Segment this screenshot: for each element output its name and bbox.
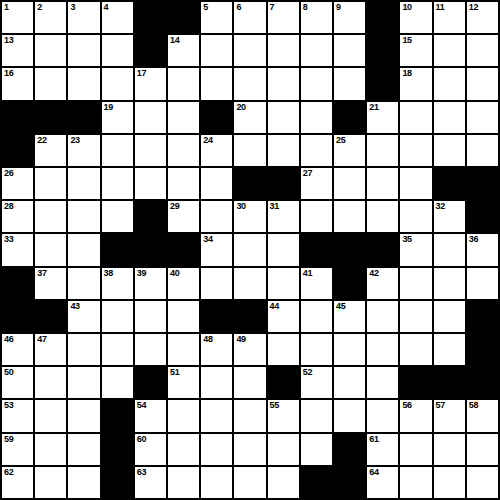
grid-cell[interactable]: 26 [2, 168, 33, 199]
grid-cell[interactable] [35, 168, 66, 199]
black-cell [168, 2, 199, 33]
grid-cell[interactable]: 48 [201, 334, 232, 365]
clue-number: 3 [70, 2, 75, 13]
black-cell [35, 301, 66, 332]
grid-cell[interactable] [35, 35, 66, 66]
grid-cell[interactable] [201, 168, 232, 199]
grid-cell[interactable] [68, 35, 99, 66]
grid-cell[interactable] [268, 234, 299, 265]
grid-cell[interactable] [201, 68, 232, 99]
clue-number: 63 [137, 467, 146, 478]
grid-cell[interactable]: 23 [68, 135, 99, 166]
grid-cell[interactable] [467, 268, 498, 299]
grid-cell[interactable] [201, 367, 232, 398]
grid-cell[interactable]: 32 [434, 201, 465, 232]
grid-cell[interactable] [168, 168, 199, 199]
grid-cell[interactable] [367, 367, 398, 398]
grid-cell[interactable]: 56 [400, 400, 431, 431]
black-cell [301, 467, 332, 498]
grid-cell[interactable] [400, 467, 431, 498]
grid-cell[interactable]: 64 [367, 467, 398, 498]
clue-number: 47 [37, 334, 46, 345]
grid-cell[interactable] [135, 102, 166, 133]
grid-cell[interactable] [168, 334, 199, 365]
grid-cell[interactable]: 57 [434, 400, 465, 431]
black-cell [334, 434, 365, 465]
grid-cell[interactable]: 37 [35, 268, 66, 299]
black-cell [334, 268, 365, 299]
grid-cell[interactable] [234, 135, 265, 166]
black-cell [168, 234, 199, 265]
grid-cell[interactable]: 20 [234, 102, 265, 133]
black-cell [467, 301, 498, 332]
grid-cell[interactable]: 55 [268, 400, 299, 431]
grid-cell[interactable] [400, 334, 431, 365]
grid-cell[interactable]: 7 [268, 2, 299, 33]
grid-cell[interactable] [234, 234, 265, 265]
grid-cell[interactable]: 43 [68, 301, 99, 332]
grid-cell[interactable] [434, 434, 465, 465]
black-cell [434, 367, 465, 398]
clue-number: 8 [303, 2, 308, 13]
grid-cell[interactable] [68, 168, 99, 199]
clue-number: 55 [270, 400, 279, 411]
clue-number: 18 [402, 68, 411, 79]
grid-cell[interactable]: 34 [201, 234, 232, 265]
grid-cell[interactable] [334, 400, 365, 431]
black-cell [2, 268, 33, 299]
clue-number: 20 [236, 102, 245, 113]
grid-cell[interactable] [168, 400, 199, 431]
grid-cell[interactable]: 15 [400, 35, 431, 66]
grid-cell[interactable]: 22 [35, 135, 66, 166]
black-cell [201, 301, 232, 332]
grid-cell[interactable] [168, 135, 199, 166]
clue-number: 15 [402, 35, 411, 46]
clue-number: 14 [170, 35, 179, 46]
grid-cell[interactable] [367, 201, 398, 232]
grid-cell[interactable] [234, 467, 265, 498]
grid-cell[interactable]: 51 [168, 367, 199, 398]
clue-number: 1 [4, 2, 9, 13]
black-cell [268, 168, 299, 199]
clue-number: 44 [270, 301, 279, 312]
black-cell [102, 234, 133, 265]
grid-cell[interactable] [102, 168, 133, 199]
grid-cell[interactable]: 59 [2, 434, 33, 465]
grid-cell[interactable] [334, 367, 365, 398]
clue-number: 25 [336, 135, 345, 146]
grid-cell[interactable] [367, 400, 398, 431]
grid-cell[interactable] [400, 168, 431, 199]
grid-cell[interactable]: 49 [234, 334, 265, 365]
clue-number: 26 [4, 168, 13, 179]
grid-cell[interactable] [400, 301, 431, 332]
clue-number: 35 [402, 234, 411, 245]
grid-cell[interactable] [400, 102, 431, 133]
grid-cell[interactable]: 16 [2, 68, 33, 99]
grid-cell[interactable]: 25 [334, 135, 365, 166]
black-cell [334, 234, 365, 265]
grid-cell[interactable] [367, 135, 398, 166]
clue-number: 43 [70, 301, 79, 312]
grid-cell[interactable] [201, 467, 232, 498]
grid-cell[interactable] [301, 35, 332, 66]
grid-cell[interactable] [35, 400, 66, 431]
grid-cell[interactable] [68, 68, 99, 99]
grid-cell[interactable] [367, 334, 398, 365]
grid-cell[interactable] [35, 434, 66, 465]
grid-cell[interactable]: 61 [367, 434, 398, 465]
black-cell [434, 168, 465, 199]
clue-number: 53 [4, 400, 13, 411]
clue-number: 48 [203, 334, 212, 345]
grid-cell[interactable]: 62 [2, 467, 33, 498]
grid-cell[interactable] [434, 301, 465, 332]
grid-cell[interactable] [467, 102, 498, 133]
grid-cell[interactable]: 6 [234, 2, 265, 33]
clue-number: 50 [4, 367, 13, 378]
grid-cell[interactable] [467, 68, 498, 99]
black-cell [201, 102, 232, 133]
grid-cell[interactable] [168, 467, 199, 498]
clue-number: 28 [4, 201, 13, 212]
clue-number: 40 [170, 268, 179, 279]
grid-cell[interactable] [434, 135, 465, 166]
clue-number: 54 [137, 400, 146, 411]
clue-number: 36 [469, 234, 478, 245]
grid-cell[interactable] [135, 301, 166, 332]
grid-cell[interactable] [434, 102, 465, 133]
crossword-grid: 1234567891011121314151617181920212223242… [0, 0, 500, 500]
grid-cell[interactable]: 10 [400, 2, 431, 33]
grid-cell[interactable] [102, 367, 133, 398]
grid-cell[interactable] [234, 68, 265, 99]
clue-number: 34 [203, 234, 212, 245]
clue-number: 39 [137, 268, 146, 279]
clue-number: 30 [236, 201, 245, 212]
grid-cell[interactable] [268, 268, 299, 299]
grid-cell[interactable] [467, 434, 498, 465]
grid-cell[interactable] [400, 135, 431, 166]
clue-number: 19 [104, 102, 113, 113]
black-cell [234, 301, 265, 332]
black-cell [102, 400, 133, 431]
grid-cell[interactable]: 1 [2, 2, 33, 33]
clue-number: 16 [4, 68, 13, 79]
clue-number: 38 [104, 268, 113, 279]
grid-cell[interactable] [301, 301, 332, 332]
grid-cell[interactable] [35, 367, 66, 398]
black-cell [400, 367, 431, 398]
grid-cell[interactable] [35, 68, 66, 99]
black-cell [102, 434, 133, 465]
clue-number: 29 [170, 201, 179, 212]
clue-number: 31 [270, 201, 279, 212]
grid-cell[interactable]: 58 [467, 400, 498, 431]
grid-cell[interactable] [35, 201, 66, 232]
grid-cell[interactable] [234, 35, 265, 66]
grid-cell[interactable] [35, 467, 66, 498]
black-cell [467, 367, 498, 398]
grid-cell[interactable]: 46 [2, 334, 33, 365]
grid-cell[interactable] [68, 434, 99, 465]
grid-cell[interactable] [268, 467, 299, 498]
grid-cell[interactable]: 27 [301, 168, 332, 199]
grid-cell[interactable] [102, 135, 133, 166]
grid-cell[interactable]: 41 [301, 268, 332, 299]
grid-cell[interactable] [434, 234, 465, 265]
grid-cell[interactable]: 60 [135, 434, 166, 465]
grid-cell[interactable] [301, 102, 332, 133]
clue-number: 11 [436, 2, 445, 13]
grid-cell[interactable] [201, 400, 232, 431]
grid-cell[interactable] [68, 201, 99, 232]
clue-number: 45 [336, 301, 345, 312]
grid-cell[interactable] [367, 301, 398, 332]
grid-cell[interactable] [301, 334, 332, 365]
grid-cell[interactable]: 5 [201, 2, 232, 33]
black-cell [334, 467, 365, 498]
black-cell [367, 35, 398, 66]
clue-number: 51 [170, 367, 179, 378]
grid-cell[interactable] [102, 201, 133, 232]
black-cell [2, 135, 33, 166]
grid-cell[interactable] [68, 268, 99, 299]
grid-cell[interactable] [234, 367, 265, 398]
clue-number: 60 [137, 434, 146, 445]
grid-cell[interactable] [68, 334, 99, 365]
grid-cell[interactable]: 11 [434, 2, 465, 33]
grid-cell[interactable] [400, 434, 431, 465]
grid-cell[interactable]: 3 [68, 2, 99, 33]
grid-cell[interactable] [268, 334, 299, 365]
grid-cell[interactable]: 53 [2, 400, 33, 431]
grid-cell[interactable]: 28 [2, 201, 33, 232]
grid-cell[interactable] [467, 467, 498, 498]
clue-number: 22 [37, 135, 46, 146]
clue-number: 9 [336, 2, 341, 13]
black-cell [367, 234, 398, 265]
grid-cell[interactable] [268, 35, 299, 66]
grid-cell[interactable] [35, 234, 66, 265]
grid-cell[interactable]: 50 [2, 367, 33, 398]
clue-number: 46 [4, 334, 13, 345]
grid-cell[interactable]: 36 [467, 234, 498, 265]
clue-number: 10 [402, 2, 411, 13]
black-cell [268, 367, 299, 398]
grid-cell[interactable] [168, 434, 199, 465]
grid-cell[interactable]: 54 [135, 400, 166, 431]
grid-cell[interactable]: 17 [135, 68, 166, 99]
black-cell [68, 102, 99, 133]
black-cell [334, 102, 365, 133]
clue-number: 13 [4, 35, 13, 46]
clue-number: 57 [436, 400, 445, 411]
grid-cell[interactable]: 63 [135, 467, 166, 498]
grid-cell[interactable]: 38 [102, 268, 133, 299]
grid-cell[interactable] [400, 268, 431, 299]
clue-number: 52 [303, 367, 312, 378]
grid-cell[interactable] [334, 201, 365, 232]
grid-cell[interactable] [201, 434, 232, 465]
grid-cell[interactable]: 9 [334, 2, 365, 33]
black-cell [301, 234, 332, 265]
grid-cell[interactable] [434, 68, 465, 99]
grid-cell[interactable] [102, 334, 133, 365]
grid-cell[interactable] [301, 400, 332, 431]
black-cell [2, 301, 33, 332]
clue-number: 62 [4, 467, 13, 478]
grid-cell[interactable] [467, 135, 498, 166]
grid-cell[interactable] [201, 268, 232, 299]
grid-cell[interactable]: 35 [400, 234, 431, 265]
clue-number: 49 [236, 334, 245, 345]
clue-number: 24 [203, 135, 212, 146]
grid-cell[interactable] [434, 467, 465, 498]
grid-cell[interactable]: 2 [35, 2, 66, 33]
grid-cell[interactable] [234, 268, 265, 299]
grid-cell[interactable] [234, 400, 265, 431]
grid-cell[interactable] [68, 234, 99, 265]
grid-cell[interactable]: 18 [400, 68, 431, 99]
black-cell [467, 334, 498, 365]
black-cell [367, 68, 398, 99]
clue-number: 5 [203, 2, 208, 13]
grid-cell[interactable] [400, 201, 431, 232]
grid-cell[interactable] [301, 434, 332, 465]
black-cell [135, 2, 166, 33]
grid-cell[interactable]: 44 [268, 301, 299, 332]
grid-cell[interactable]: 29 [168, 201, 199, 232]
grid-cell[interactable] [301, 201, 332, 232]
clue-number: 6 [236, 2, 241, 13]
grid-cell[interactable] [434, 268, 465, 299]
clue-number: 21 [369, 102, 378, 113]
black-cell [102, 467, 133, 498]
black-cell [467, 168, 498, 199]
grid-cell[interactable] [268, 434, 299, 465]
grid-cell[interactable]: 21 [367, 102, 398, 133]
clue-number: 17 [137, 68, 146, 79]
black-cell [234, 168, 265, 199]
grid-cell[interactable]: 52 [301, 367, 332, 398]
grid-cell[interactable] [268, 68, 299, 99]
grid-cell[interactable] [234, 434, 265, 465]
grid-cell[interactable] [467, 35, 498, 66]
grid-cell[interactable] [434, 334, 465, 365]
grid-cell[interactable] [268, 102, 299, 133]
grid-cell[interactable] [201, 35, 232, 66]
grid-cell[interactable] [334, 168, 365, 199]
grid-cell[interactable]: 40 [168, 268, 199, 299]
grid-cell[interactable]: 42 [367, 268, 398, 299]
clue-number: 4 [104, 2, 109, 13]
grid-cell[interactable]: 30 [234, 201, 265, 232]
clue-number: 27 [303, 168, 312, 179]
grid-cell[interactable] [168, 68, 199, 99]
grid-cell[interactable] [434, 35, 465, 66]
clue-number: 33 [4, 234, 13, 245]
clue-number: 7 [270, 2, 275, 13]
grid-cell[interactable] [135, 168, 166, 199]
clue-number: 64 [369, 467, 378, 478]
black-cell [135, 35, 166, 66]
clue-number: 58 [469, 400, 478, 411]
grid-cell[interactable] [367, 168, 398, 199]
black-cell [35, 102, 66, 133]
grid-cell[interactable]: 4 [102, 2, 133, 33]
grid-cell[interactable] [268, 135, 299, 166]
black-cell [2, 102, 33, 133]
grid-cell[interactable] [135, 135, 166, 166]
clue-number: 2 [37, 2, 42, 13]
grid-cell[interactable]: 24 [201, 135, 232, 166]
clue-number: 37 [37, 268, 46, 279]
grid-cell[interactable] [168, 102, 199, 133]
grid-cell[interactable]: 19 [102, 102, 133, 133]
grid-cell[interactable]: 12 [467, 2, 498, 33]
grid-cell[interactable] [334, 68, 365, 99]
clue-number: 61 [369, 434, 378, 445]
grid-cell[interactable] [102, 68, 133, 99]
grid-cell[interactable] [135, 334, 166, 365]
clue-number: 23 [70, 135, 79, 146]
grid-cell[interactable] [334, 334, 365, 365]
grid-cell[interactable] [68, 367, 99, 398]
black-cell [135, 201, 166, 232]
grid-cell[interactable] [301, 135, 332, 166]
grid-cell[interactable]: 8 [301, 2, 332, 33]
grid-cell[interactable]: 45 [334, 301, 365, 332]
grid-cell[interactable] [102, 35, 133, 66]
grid-cell[interactable] [301, 68, 332, 99]
grid-cell[interactable]: 14 [168, 35, 199, 66]
clue-number: 12 [469, 2, 478, 13]
grid-cell[interactable] [201, 201, 232, 232]
black-cell [367, 2, 398, 33]
black-cell [135, 367, 166, 398]
clue-number: 32 [436, 201, 445, 212]
grid-cell[interactable] [102, 301, 133, 332]
grid-cell[interactable] [68, 400, 99, 431]
grid-cell[interactable] [334, 35, 365, 66]
clue-number: 59 [4, 434, 13, 445]
grid-cell[interactable]: 13 [2, 35, 33, 66]
grid-cell[interactable]: 31 [268, 201, 299, 232]
grid-cell[interactable]: 47 [35, 334, 66, 365]
clue-number: 56 [402, 400, 411, 411]
grid-cell[interactable] [68, 467, 99, 498]
grid-cell[interactable]: 39 [135, 268, 166, 299]
black-cell [135, 234, 166, 265]
black-cell [467, 201, 498, 232]
clue-number: 41 [303, 268, 312, 279]
grid-cell[interactable] [168, 301, 199, 332]
grid-cell[interactable]: 33 [2, 234, 33, 265]
clue-number: 42 [369, 268, 378, 279]
